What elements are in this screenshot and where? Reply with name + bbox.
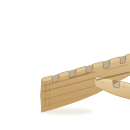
front-stick-end-face — [41, 77, 48, 112]
product-photo: Two tan ridged chew sticks crossed diago… — [40, 16, 130, 130]
chew-sticks-illustration: Two tan ridged chew sticks crossed diago… — [40, 16, 130, 130]
